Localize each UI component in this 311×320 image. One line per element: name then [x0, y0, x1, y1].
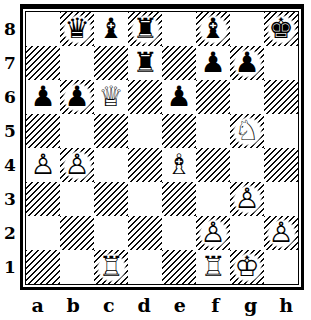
black-rook: ♜	[130, 14, 161, 45]
square-e6[interactable]: ♟	[162, 80, 196, 114]
white-queen: ♕	[96, 82, 127, 113]
white-pawn: ♙	[62, 150, 93, 181]
board-frame: ♛♝♜♝♚♜♟♟♟♟♕♟♘♙♙♗♙♙♙♖♖♔	[20, 4, 304, 290]
square-g2[interactable]	[230, 216, 264, 250]
square-g4[interactable]	[230, 148, 264, 182]
square-e5[interactable]	[162, 114, 196, 148]
rank-label-6: 6	[0, 80, 20, 114]
square-e1[interactable]	[162, 250, 196, 284]
square-h4[interactable]	[264, 148, 298, 182]
square-g5[interactable]: ♘	[230, 114, 264, 148]
chess-diagram: 87654321 ♛♝♜♝♚♜♟♟♟♟♕♟♘♙♙♗♙♙♙♖♖♔ abcdefgh	[0, 0, 311, 320]
black-bishop: ♝	[198, 14, 229, 45]
square-d3[interactable]	[128, 182, 162, 216]
square-b4[interactable]: ♙	[60, 148, 94, 182]
black-pawn: ♟	[62, 82, 93, 113]
rank-label-5: 5	[0, 114, 20, 148]
white-pawn: ♙	[232, 184, 263, 215]
square-g8[interactable]	[230, 12, 264, 46]
rank-label-3: 3	[0, 182, 20, 216]
square-e4[interactable]: ♗	[162, 148, 196, 182]
board-grid: ♛♝♜♝♚♜♟♟♟♟♕♟♘♙♙♗♙♙♙♖♖♔	[26, 12, 298, 284]
square-f8[interactable]: ♝	[196, 12, 230, 46]
black-pawn: ♟	[198, 48, 229, 79]
file-label-a: a	[20, 292, 56, 318]
file-label-b: b	[56, 292, 92, 318]
black-rook: ♜	[130, 48, 161, 79]
square-e7[interactable]	[162, 46, 196, 80]
square-h5[interactable]	[264, 114, 298, 148]
square-d4[interactable]	[128, 148, 162, 182]
square-a2[interactable]	[26, 216, 60, 250]
square-d8[interactable]: ♜	[128, 12, 162, 46]
rank-label-4: 4	[0, 148, 20, 182]
square-g1[interactable]: ♔	[230, 250, 264, 284]
square-c3[interactable]	[94, 182, 128, 216]
square-g3[interactable]: ♙	[230, 182, 264, 216]
square-d2[interactable]	[128, 216, 162, 250]
white-rook: ♖	[96, 252, 127, 283]
square-b5[interactable]	[60, 114, 94, 148]
square-g7[interactable]: ♟	[230, 46, 264, 80]
square-c4[interactable]	[94, 148, 128, 182]
rank-label-7: 7	[0, 46, 20, 80]
black-bishop: ♝	[96, 14, 127, 45]
black-pawn: ♟	[28, 82, 59, 113]
square-c6[interactable]: ♕	[94, 80, 128, 114]
square-b7[interactable]	[60, 46, 94, 80]
black-pawn: ♟	[164, 82, 195, 113]
white-bishop: ♗	[164, 150, 195, 181]
black-queen: ♛	[62, 14, 93, 45]
square-d1[interactable]	[128, 250, 162, 284]
square-d7[interactable]: ♜	[128, 46, 162, 80]
square-c1[interactable]: ♖	[94, 250, 128, 284]
rank-label-1: 1	[0, 250, 20, 284]
rank-label-8: 8	[0, 12, 20, 46]
file-label-f: f	[198, 292, 234, 318]
rank-label-2: 2	[0, 216, 20, 250]
file-label-d: d	[127, 292, 163, 318]
file-labels: abcdefgh	[20, 292, 304, 318]
square-f1[interactable]: ♖	[196, 250, 230, 284]
square-f4[interactable]	[196, 148, 230, 182]
rank-labels: 87654321	[0, 12, 20, 284]
white-pawn: ♙	[28, 150, 59, 181]
file-label-h: h	[269, 292, 305, 318]
black-king: ♚	[266, 14, 297, 45]
board-border-inner: ♛♝♜♝♚♜♟♟♟♟♕♟♘♙♙♗♙♙♙♖♖♔	[25, 11, 299, 285]
square-e3[interactable]	[162, 182, 196, 216]
square-g6[interactable]	[230, 80, 264, 114]
square-f5[interactable]	[196, 114, 230, 148]
white-king: ♔	[232, 252, 263, 283]
square-f6[interactable]	[196, 80, 230, 114]
white-knight: ♘	[232, 116, 263, 147]
square-h7[interactable]	[264, 46, 298, 80]
square-b3[interactable]	[60, 182, 94, 216]
square-f7[interactable]: ♟	[196, 46, 230, 80]
square-f3[interactable]	[196, 182, 230, 216]
square-c2[interactable]	[94, 216, 128, 250]
square-h2[interactable]: ♙	[264, 216, 298, 250]
square-a5[interactable]	[26, 114, 60, 148]
black-pawn: ♟	[232, 48, 263, 79]
square-b2[interactable]	[60, 216, 94, 250]
square-e2[interactable]	[162, 216, 196, 250]
square-c8[interactable]: ♝	[94, 12, 128, 46]
square-a1[interactable]	[26, 250, 60, 284]
file-label-e: e	[162, 292, 198, 318]
file-label-c: c	[91, 292, 127, 318]
square-h1[interactable]	[264, 250, 298, 284]
square-d5[interactable]	[128, 114, 162, 148]
square-b1[interactable]	[60, 250, 94, 284]
square-c7[interactable]	[94, 46, 128, 80]
square-a4[interactable]: ♙	[26, 148, 60, 182]
square-b8[interactable]: ♛	[60, 12, 94, 46]
white-pawn: ♙	[266, 218, 297, 249]
square-f2[interactable]: ♙	[196, 216, 230, 250]
file-label-g: g	[233, 292, 269, 318]
square-h8[interactable]: ♚	[264, 12, 298, 46]
square-e8[interactable]	[162, 12, 196, 46]
square-b6[interactable]: ♟	[60, 80, 94, 114]
square-a6[interactable]: ♟	[26, 80, 60, 114]
square-h3[interactable]	[264, 182, 298, 216]
square-h6[interactable]	[264, 80, 298, 114]
square-a7[interactable]	[26, 46, 60, 80]
square-c5[interactable]	[94, 114, 128, 148]
square-d6[interactable]	[128, 80, 162, 114]
white-pawn: ♙	[198, 218, 229, 249]
white-rook: ♖	[198, 252, 229, 283]
square-a8[interactable]	[26, 12, 60, 46]
square-a3[interactable]	[26, 182, 60, 216]
